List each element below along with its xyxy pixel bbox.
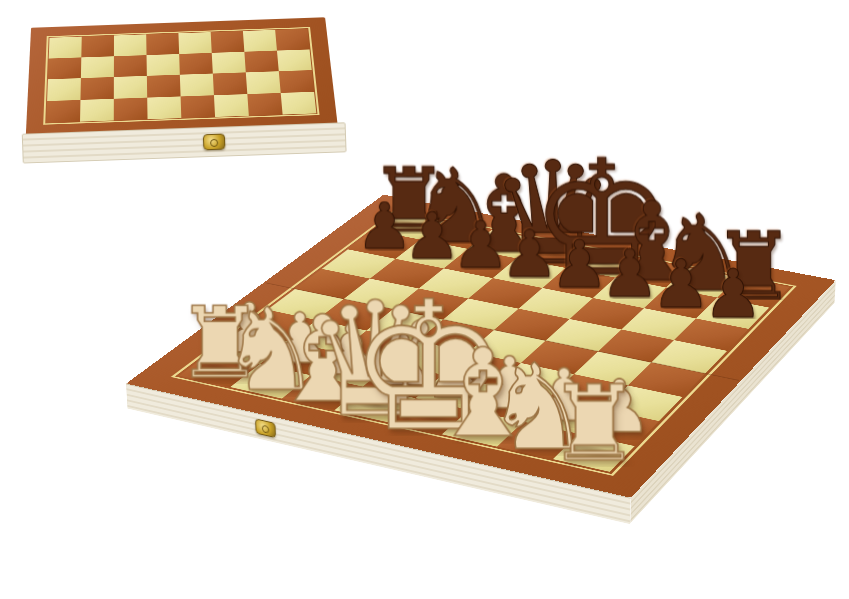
brass-clasp-icon bbox=[255, 418, 276, 438]
piece-white-rook[interactable]: ♜ bbox=[547, 371, 641, 475]
chess-set-scene: ♜♞♝♛♚♝♞♜♟♟♟♟♟♟♟♟♟♟♟♟♟♟♟♟♜♞♝♛♚♝♞♜ bbox=[0, 0, 849, 599]
open-chess-board: ♜♞♝♛♚♝♞♜♟♟♟♟♟♟♟♟♟♟♟♟♟♟♟♟♜♞♝♛♚♝♞♜ bbox=[126, 195, 836, 498]
